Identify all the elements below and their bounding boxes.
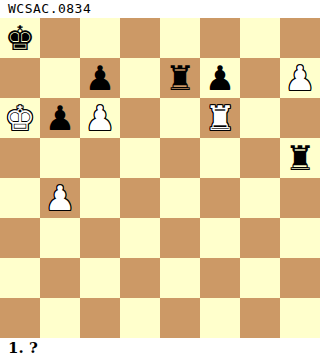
square-e1 [160, 298, 200, 338]
square-c5 [80, 138, 120, 178]
square-f2 [200, 258, 240, 298]
square-a3 [0, 218, 40, 258]
square-c6: ♟ [80, 98, 120, 138]
square-c2 [80, 258, 120, 298]
square-g4 [240, 178, 280, 218]
square-a2 [0, 258, 40, 298]
square-e7: ♜ [160, 58, 200, 98]
square-f5 [200, 138, 240, 178]
square-g3 [240, 218, 280, 258]
square-b7 [40, 58, 80, 98]
square-g5 [240, 138, 280, 178]
square-b2 [40, 258, 80, 298]
square-f8 [200, 18, 240, 58]
square-d8 [120, 18, 160, 58]
black-king: ♚ [5, 18, 35, 58]
square-b1 [40, 298, 80, 338]
square-d4 [120, 178, 160, 218]
square-h1 [280, 298, 320, 338]
square-g7 [240, 58, 280, 98]
square-f7: ♟ [200, 58, 240, 98]
square-a7 [0, 58, 40, 98]
square-c1 [80, 298, 120, 338]
white-pawn: ♟ [285, 58, 315, 98]
square-d1 [120, 298, 160, 338]
square-f4 [200, 178, 240, 218]
puzzle-id-label: WCSAC.0834 [0, 0, 320, 18]
square-d5 [120, 138, 160, 178]
square-a6: ♚ [0, 98, 40, 138]
white-pawn: ♟ [45, 178, 75, 218]
square-e5 [160, 138, 200, 178]
square-c8 [80, 18, 120, 58]
white-pawn: ♟ [85, 98, 115, 138]
square-d3 [120, 218, 160, 258]
black-rook: ♜ [165, 58, 195, 98]
square-d7 [120, 58, 160, 98]
square-a4 [0, 178, 40, 218]
square-e3 [160, 218, 200, 258]
square-b3 [40, 218, 80, 258]
square-h5: ♜ [280, 138, 320, 178]
square-h8 [280, 18, 320, 58]
square-f3 [200, 218, 240, 258]
square-f1 [200, 298, 240, 338]
square-c7: ♟ [80, 58, 120, 98]
black-pawn: ♟ [205, 58, 235, 98]
square-h7: ♟ [280, 58, 320, 98]
square-c3 [80, 218, 120, 258]
black-rook: ♜ [285, 138, 315, 178]
square-g1 [240, 298, 280, 338]
square-e2 [160, 258, 200, 298]
square-f6: ♜ [200, 98, 240, 138]
square-b6: ♟ [40, 98, 80, 138]
square-a5 [0, 138, 40, 178]
square-b8 [40, 18, 80, 58]
square-b4: ♟ [40, 178, 80, 218]
square-d2 [120, 258, 160, 298]
chess-diagram: WCSAC.0834 ♚♟♜♟♟♚♟♟♜♜♟ 1. ? [0, 0, 320, 360]
square-e6 [160, 98, 200, 138]
black-pawn: ♟ [85, 58, 115, 98]
white-king: ♚ [5, 98, 35, 138]
black-pawn: ♟ [45, 98, 75, 138]
square-a8: ♚ [0, 18, 40, 58]
square-b5 [40, 138, 80, 178]
square-a1 [0, 298, 40, 338]
move-prompt: 1. ? [0, 338, 320, 360]
square-g6 [240, 98, 280, 138]
square-h6 [280, 98, 320, 138]
square-g2 [240, 258, 280, 298]
square-g8 [240, 18, 280, 58]
chess-board: ♚♟♜♟♟♚♟♟♜♜♟ [0, 18, 320, 338]
square-c4 [80, 178, 120, 218]
square-e4 [160, 178, 200, 218]
square-h2 [280, 258, 320, 298]
square-h4 [280, 178, 320, 218]
square-d6 [120, 98, 160, 138]
square-h3 [280, 218, 320, 258]
square-e8 [160, 18, 200, 58]
white-rook: ♜ [205, 98, 235, 138]
